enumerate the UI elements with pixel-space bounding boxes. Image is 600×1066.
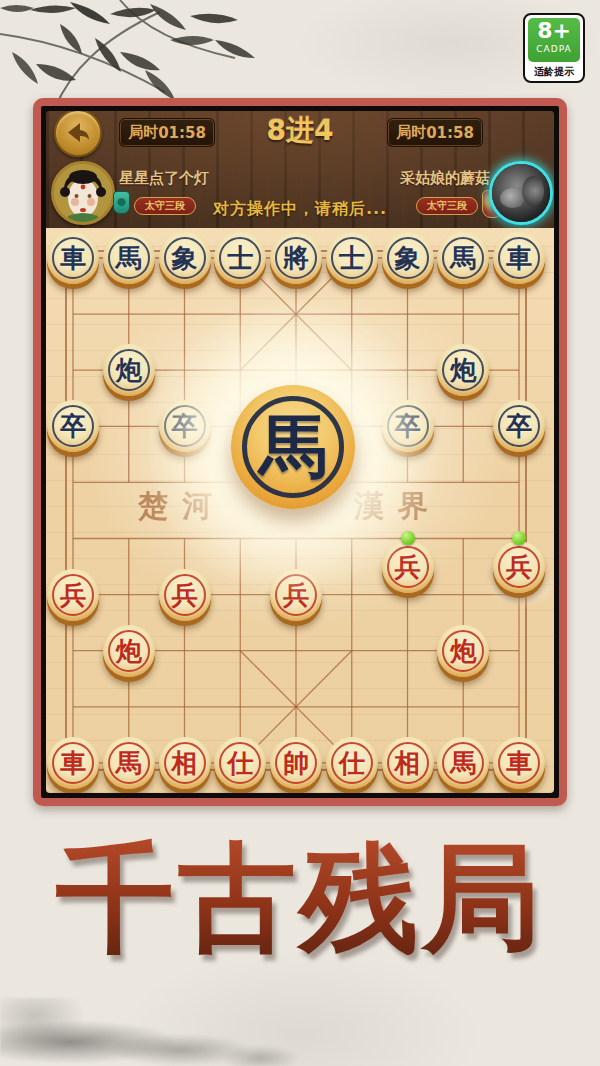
piece-red-兵-4-6[interactable]: 兵: [270, 569, 322, 621]
piece-black-將-4-0[interactable]: 將: [270, 232, 322, 284]
piece-glyph: 相: [395, 750, 421, 776]
left-player-name: 星星点了个灯: [119, 169, 209, 188]
piece-glyph: 炮: [450, 357, 476, 383]
piece-red-相-6-9[interactable]: 相: [382, 737, 434, 789]
piece-black-卒-2-3[interactable]: 卒: [159, 400, 211, 452]
piece-glyph: 炮: [116, 638, 142, 664]
piece-glyph: 仕: [227, 750, 253, 776]
zoomed-piece-glyph: 馬: [259, 402, 327, 493]
piece-glyph: 馬: [116, 750, 142, 776]
piece-glyph: 士: [227, 245, 253, 271]
age-rating-badge: 8+ CADPA 适龄提示: [523, 13, 585, 83]
piece-glyph: 士: [339, 245, 365, 271]
green-move-dot: [401, 531, 415, 545]
left-timer-label: 局时: [128, 123, 158, 142]
age-rating-value: 8+: [528, 18, 580, 44]
piece-glyph: 將: [283, 245, 309, 271]
zoomed-moving-piece: 馬: [231, 385, 355, 509]
piece-black-卒-6-3[interactable]: 卒: [382, 400, 434, 452]
river-text-right: 漢界: [354, 486, 442, 527]
match-header: 局时01:58 8进4 局时01:58: [46, 111, 554, 228]
piece-glyph: 炮: [450, 638, 476, 664]
piece-red-兵-0-6[interactable]: 兵: [47, 569, 99, 621]
age-rating-org: CADPA: [528, 44, 580, 54]
ink-wash-painting: [0, 998, 330, 1066]
piece-red-仕-5-9[interactable]: 仕: [326, 737, 378, 789]
piece-red-車-0-9[interactable]: 車: [47, 737, 99, 789]
piece-red-兵-8-6[interactable]: 兵: [493, 541, 545, 593]
piece-red-帥-4-9[interactable]: 帥: [270, 737, 322, 789]
left-timer-value: 01:58: [158, 124, 206, 142]
piece-black-車-0-0[interactable]: 車: [47, 232, 99, 284]
piece-glyph: 兵: [283, 582, 309, 608]
piece-glyph: 象: [395, 245, 421, 271]
piece-glyph: 卒: [172, 413, 198, 439]
piece-black-象-2-0[interactable]: 象: [159, 232, 211, 284]
back-arrow-icon: [65, 122, 91, 144]
piece-glyph: 卒: [506, 413, 532, 439]
piece-glyph: 卒: [395, 413, 421, 439]
xiangqi-board[interactable]: 楚河 漢界 車馬象士將士象馬車炮炮卒卒卒卒卒兵兵兵兵兵炮炮車馬相仕帥仕相馬車 馬: [46, 228, 554, 793]
green-move-dot: [512, 531, 526, 545]
piece-glyph: 車: [506, 750, 532, 776]
piece-glyph: 帥: [283, 750, 309, 776]
piece-black-士-3-0[interactable]: 士: [214, 232, 266, 284]
piece-glyph: 馬: [450, 245, 476, 271]
age-rating-green-box: 8+ CADPA: [528, 18, 580, 62]
left-timer: 局时01:58: [119, 118, 215, 147]
round-title: 8进4: [250, 112, 350, 150]
game-panel: 局时01:58 8进4 局时01:58: [33, 98, 567, 806]
piece-glyph: 兵: [172, 582, 198, 608]
piece-glyph: 兵: [506, 554, 532, 580]
board-grid: [46, 228, 554, 793]
bamboo-ink-painting: [0, 0, 260, 108]
right-timer-label: 局时: [396, 123, 426, 142]
piece-black-馬-1-0[interactable]: 馬: [103, 232, 155, 284]
piece-red-相-2-9[interactable]: 相: [159, 737, 211, 789]
piece-black-士-5-0[interactable]: 士: [326, 232, 378, 284]
turn-status-text: 对方操作中，请稍后...: [46, 199, 554, 220]
piece-red-兵-2-6[interactable]: 兵: [159, 569, 211, 621]
piece-glyph: 兵: [60, 582, 86, 608]
piece-red-馬-1-9[interactable]: 馬: [103, 737, 155, 789]
piece-glyph: 相: [172, 750, 198, 776]
piece-glyph: 仕: [339, 750, 365, 776]
piece-glyph: 車: [506, 245, 532, 271]
right-player-name: 采姑娘的蘑菇: [398, 169, 490, 188]
piece-black-象-6-0[interactable]: 象: [382, 232, 434, 284]
back-button[interactable]: [54, 111, 102, 157]
piece-black-卒-0-3[interactable]: 卒: [47, 400, 99, 452]
footer-calligraphy-title: 千古残局: [0, 818, 600, 978]
piece-glyph: 馬: [116, 245, 142, 271]
piece-black-炮-1-2[interactable]: 炮: [103, 344, 155, 396]
piece-red-車-8-9[interactable]: 車: [493, 737, 545, 789]
piece-glyph: 兵: [395, 554, 421, 580]
piece-red-仕-3-9[interactable]: 仕: [214, 737, 266, 789]
piece-glyph: 象: [172, 245, 198, 271]
piece-black-卒-8-3[interactable]: 卒: [493, 400, 545, 452]
piece-red-炮-1-7[interactable]: 炮: [103, 625, 155, 677]
game-panel-inner: 局时01:58 8进4 局时01:58: [46, 111, 554, 793]
screen: 8+ CADPA 适龄提示 局时01:58 8进4 局时01:58: [0, 0, 600, 1066]
piece-red-兵-6-6[interactable]: 兵: [382, 541, 434, 593]
river-text-left: 楚河: [138, 486, 226, 527]
right-timer-value: 01:58: [426, 124, 474, 142]
piece-glyph: 車: [60, 750, 86, 776]
piece-glyph: 馬: [450, 750, 476, 776]
right-timer: 局时01:58: [387, 118, 483, 147]
piece-red-馬-7-9[interactable]: 馬: [437, 737, 489, 789]
piece-glyph: 炮: [116, 357, 142, 383]
piece-black-馬-7-0[interactable]: 馬: [437, 232, 489, 284]
piece-glyph: 車: [60, 245, 86, 271]
piece-red-炮-7-7[interactable]: 炮: [437, 625, 489, 677]
age-rating-note: 适龄提示: [525, 65, 583, 79]
piece-black-車-8-0[interactable]: 車: [493, 232, 545, 284]
piece-glyph: 卒: [60, 413, 86, 439]
